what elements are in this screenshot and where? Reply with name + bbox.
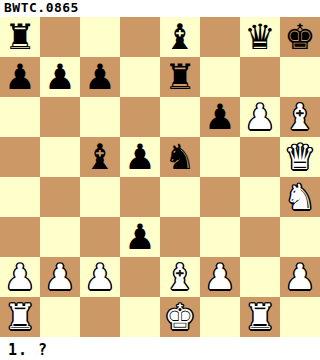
square-e2[interactable]: ♝ — [160, 257, 200, 297]
piece-black-bishop: ♝ — [80, 137, 120, 177]
square-f5[interactable] — [200, 137, 240, 177]
piece-white-rook: ♜ — [240, 297, 280, 337]
window-title: BWTC.0865 — [0, 0, 320, 17]
piece-black-pawn: ♟ — [40, 57, 80, 97]
square-a3[interactable] — [0, 217, 40, 257]
square-g1[interactable]: ♜ — [240, 297, 280, 337]
square-a8[interactable]: ♜ — [0, 17, 40, 57]
square-d3[interactable]: ♟ — [120, 217, 160, 257]
square-h8[interactable]: ♚ — [280, 17, 320, 57]
piece-white-king: ♚ — [160, 297, 200, 337]
square-b4[interactable] — [40, 177, 80, 217]
piece-white-pawn: ♟ — [0, 257, 40, 297]
square-c7[interactable]: ♟ — [80, 57, 120, 97]
square-e7[interactable]: ♜ — [160, 57, 200, 97]
square-g4[interactable] — [240, 177, 280, 217]
square-b3[interactable] — [40, 217, 80, 257]
piece-black-pawn: ♟ — [0, 57, 40, 97]
square-c8[interactable] — [80, 17, 120, 57]
square-f3[interactable] — [200, 217, 240, 257]
square-h7[interactable] — [280, 57, 320, 97]
piece-black-queen: ♛ — [240, 17, 280, 57]
piece-black-pawn: ♟ — [80, 57, 120, 97]
square-f1[interactable] — [200, 297, 240, 337]
square-f8[interactable] — [200, 17, 240, 57]
square-h5[interactable]: ♛ — [280, 137, 320, 177]
square-d8[interactable] — [120, 17, 160, 57]
piece-white-bishop: ♝ — [160, 257, 200, 297]
square-b7[interactable]: ♟ — [40, 57, 80, 97]
square-a4[interactable] — [0, 177, 40, 217]
piece-white-pawn: ♟ — [280, 257, 320, 297]
square-e5[interactable]: ♞ — [160, 137, 200, 177]
square-e1[interactable]: ♚ — [160, 297, 200, 337]
chess-board: ♜♝♛♚♟♟♟♜♟♟♝♝♟♞♛♞♟♟♟♟♝♟♟♜♚♜ — [0, 17, 320, 337]
square-a5[interactable] — [0, 137, 40, 177]
square-e8[interactable]: ♝ — [160, 17, 200, 57]
piece-white-knight: ♞ — [280, 177, 320, 217]
square-f6[interactable]: ♟ — [200, 97, 240, 137]
piece-white-pawn: ♟ — [40, 257, 80, 297]
square-h2[interactable]: ♟ — [280, 257, 320, 297]
square-a6[interactable] — [0, 97, 40, 137]
piece-white-bishop: ♝ — [280, 97, 320, 137]
piece-white-queen: ♛ — [280, 137, 320, 177]
square-d4[interactable] — [120, 177, 160, 217]
square-c2[interactable]: ♟ — [80, 257, 120, 297]
square-b2[interactable]: ♟ — [40, 257, 80, 297]
square-g3[interactable] — [240, 217, 280, 257]
piece-black-king: ♚ — [280, 17, 320, 57]
square-g5[interactable] — [240, 137, 280, 177]
piece-black-knight: ♞ — [160, 137, 200, 177]
square-h1[interactable] — [280, 297, 320, 337]
piece-black-rook: ♜ — [0, 17, 40, 57]
square-e6[interactable] — [160, 97, 200, 137]
square-d6[interactable] — [120, 97, 160, 137]
piece-white-rook: ♜ — [0, 297, 40, 337]
square-a1[interactable]: ♜ — [0, 297, 40, 337]
square-g8[interactable]: ♛ — [240, 17, 280, 57]
square-g7[interactable] — [240, 57, 280, 97]
square-f4[interactable] — [200, 177, 240, 217]
piece-black-rook: ♜ — [160, 57, 200, 97]
square-h4[interactable]: ♞ — [280, 177, 320, 217]
square-c1[interactable] — [80, 297, 120, 337]
square-a7[interactable]: ♟ — [0, 57, 40, 97]
square-b1[interactable] — [40, 297, 80, 337]
square-d7[interactable] — [120, 57, 160, 97]
piece-black-bishop: ♝ — [160, 17, 200, 57]
square-c5[interactable]: ♝ — [80, 137, 120, 177]
piece-white-pawn: ♟ — [200, 257, 240, 297]
piece-black-pawn: ♟ — [120, 137, 160, 177]
square-f7[interactable] — [200, 57, 240, 97]
square-g6[interactable]: ♟ — [240, 97, 280, 137]
square-d1[interactable] — [120, 297, 160, 337]
square-d2[interactable] — [120, 257, 160, 297]
piece-white-pawn: ♟ — [80, 257, 120, 297]
piece-white-pawn: ♟ — [240, 97, 280, 137]
square-h3[interactable] — [280, 217, 320, 257]
square-f2[interactable]: ♟ — [200, 257, 240, 297]
square-b8[interactable] — [40, 17, 80, 57]
piece-black-pawn: ♟ — [200, 97, 240, 137]
square-c3[interactable] — [80, 217, 120, 257]
square-h6[interactable]: ♝ — [280, 97, 320, 137]
square-e3[interactable] — [160, 217, 200, 257]
square-c6[interactable] — [80, 97, 120, 137]
move-prompt: 1. ? — [0, 337, 320, 360]
square-c4[interactable] — [80, 177, 120, 217]
square-e4[interactable] — [160, 177, 200, 217]
piece-black-pawn: ♟ — [120, 217, 160, 257]
square-d5[interactable]: ♟ — [120, 137, 160, 177]
square-a2[interactable]: ♟ — [0, 257, 40, 297]
square-b6[interactable] — [40, 97, 80, 137]
square-g2[interactable] — [240, 257, 280, 297]
square-b5[interactable] — [40, 137, 80, 177]
